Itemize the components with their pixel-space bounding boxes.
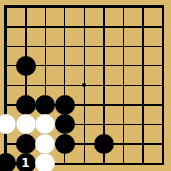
black-stone: 1	[16, 153, 36, 171]
intersection-H5[interactable]	[133, 75, 153, 95]
intersection-C9[interactable]	[35, 0, 55, 17]
intersection-B4[interactable]	[16, 95, 36, 115]
black-stone	[16, 95, 36, 115]
intersection-F6[interactable]	[94, 56, 114, 76]
intersection-J3[interactable]	[152, 114, 171, 134]
intersection-F3[interactable]	[94, 114, 114, 134]
intersection-J9[interactable]	[152, 0, 171, 17]
white-stone	[0, 114, 16, 134]
intersection-C2[interactable]	[35, 134, 55, 154]
black-stone	[55, 95, 75, 115]
intersection-B8[interactable]	[16, 17, 36, 37]
intersection-G8[interactable]	[113, 17, 133, 37]
intersection-F9[interactable]	[94, 0, 114, 17]
intersection-C6[interactable]	[35, 56, 55, 76]
intersection-A3[interactable]	[0, 114, 16, 134]
intersection-C4[interactable]	[35, 95, 55, 115]
intersection-D1[interactable]	[55, 153, 75, 171]
intersection-C3[interactable]	[35, 114, 55, 134]
intersection-A8[interactable]	[0, 17, 16, 37]
intersection-D5[interactable]	[55, 75, 75, 95]
move-number-label: 1	[21, 157, 29, 169]
intersection-A5[interactable]	[0, 75, 16, 95]
intersection-G6[interactable]	[113, 56, 133, 76]
intersection-F4[interactable]	[94, 95, 114, 115]
intersection-F2[interactable]	[94, 134, 114, 154]
intersection-G3[interactable]	[113, 114, 133, 134]
intersection-B5[interactable]	[16, 75, 36, 95]
intersection-E1[interactable]	[74, 153, 94, 171]
intersection-E5[interactable]	[74, 75, 94, 95]
intersection-G2[interactable]	[113, 134, 133, 154]
intersection-D4[interactable]	[55, 95, 75, 115]
intersection-F1[interactable]	[94, 153, 114, 171]
intersection-B9[interactable]	[16, 0, 36, 17]
intersection-E7[interactable]	[74, 36, 94, 56]
intersection-A7[interactable]	[0, 36, 16, 56]
intersection-D6[interactable]	[55, 56, 75, 76]
intersection-E9[interactable]	[74, 0, 94, 17]
intersection-E2[interactable]	[74, 134, 94, 154]
intersection-G1[interactable]	[113, 153, 133, 171]
intersection-A9[interactable]	[0, 0, 16, 17]
black-stone	[16, 134, 36, 154]
intersection-A6[interactable]	[0, 56, 16, 76]
intersection-C5[interactable]	[35, 75, 55, 95]
black-stone	[0, 153, 16, 171]
intersection-J7[interactable]	[152, 36, 171, 56]
black-stone	[16, 56, 36, 76]
intersections-grid: 1	[0, 0, 171, 171]
intersection-F5[interactable]	[94, 75, 114, 95]
intersection-E4[interactable]	[74, 95, 94, 115]
intersection-B1[interactable]: 1	[16, 153, 36, 171]
intersection-B6[interactable]	[16, 56, 36, 76]
intersection-H8[interactable]	[133, 17, 153, 37]
intersection-B7[interactable]	[16, 36, 36, 56]
intersection-D2[interactable]	[55, 134, 75, 154]
intersection-E6[interactable]	[74, 56, 94, 76]
intersection-D9[interactable]	[55, 0, 75, 17]
intersection-G4[interactable]	[113, 95, 133, 115]
go-board: 1	[0, 0, 171, 171]
intersection-H2[interactable]	[133, 134, 153, 154]
intersection-B3[interactable]	[16, 114, 36, 134]
white-stone	[35, 114, 55, 134]
intersection-D8[interactable]	[55, 17, 75, 37]
black-stone	[55, 114, 75, 134]
black-stone	[94, 134, 114, 154]
intersection-G9[interactable]	[113, 0, 133, 17]
intersection-J1[interactable]	[152, 153, 171, 171]
intersection-F8[interactable]	[94, 17, 114, 37]
go-board-screenshot: 1	[0, 0, 171, 171]
intersection-A1[interactable]	[0, 153, 16, 171]
black-stone	[35, 95, 55, 115]
white-stone	[35, 134, 55, 154]
intersection-G5[interactable]	[113, 75, 133, 95]
black-stone	[55, 134, 75, 154]
intersection-D3[interactable]	[55, 114, 75, 134]
intersection-G7[interactable]	[113, 36, 133, 56]
intersection-A2[interactable]	[0, 134, 16, 154]
intersection-H6[interactable]	[133, 56, 153, 76]
intersection-C7[interactable]	[35, 36, 55, 56]
white-stone	[35, 153, 55, 171]
intersection-A4[interactable]	[0, 95, 16, 115]
intersection-B2[interactable]	[16, 134, 36, 154]
intersection-D7[interactable]	[55, 36, 75, 56]
intersection-C8[interactable]	[35, 17, 55, 37]
intersection-H9[interactable]	[133, 0, 153, 17]
intersection-F7[interactable]	[94, 36, 114, 56]
intersection-H3[interactable]	[133, 114, 153, 134]
intersection-H7[interactable]	[133, 36, 153, 56]
intersection-J4[interactable]	[152, 95, 171, 115]
intersection-E3[interactable]	[74, 114, 94, 134]
intersection-C1[interactable]	[35, 153, 55, 171]
intersection-J6[interactable]	[152, 56, 171, 76]
intersection-J8[interactable]	[152, 17, 171, 37]
white-stone	[16, 114, 36, 134]
intersection-E8[interactable]	[74, 17, 94, 37]
intersection-J5[interactable]	[152, 75, 171, 95]
intersection-H4[interactable]	[133, 95, 153, 115]
intersection-H1[interactable]	[133, 153, 153, 171]
intersection-J2[interactable]	[152, 134, 171, 154]
